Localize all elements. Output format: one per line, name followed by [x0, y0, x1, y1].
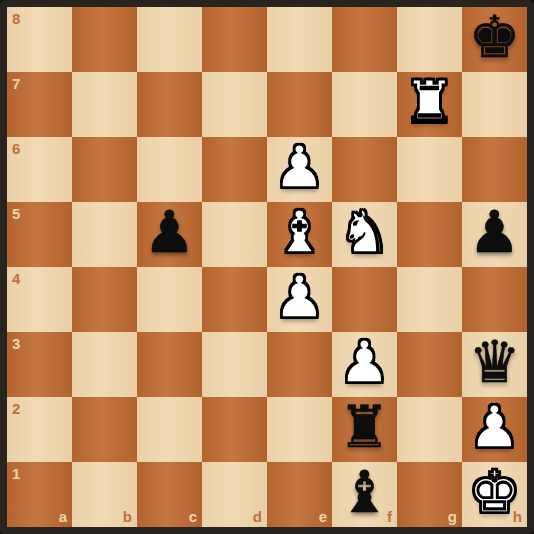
- piece-black-king[interactable]: ♚: [469, 5, 521, 70]
- square-d2[interactable]: [202, 397, 267, 462]
- square-h4[interactable]: [462, 267, 527, 332]
- square-a8[interactable]: 8: [7, 7, 72, 72]
- piece-white-pawn[interactable]: ♟: [274, 265, 326, 330]
- piece-white-king[interactable]: ♚: [469, 460, 521, 525]
- square-h1[interactable]: h♚: [462, 462, 527, 527]
- file-label-d: d: [253, 509, 262, 524]
- square-g3[interactable]: [397, 332, 462, 397]
- square-d8[interactable]: [202, 7, 267, 72]
- square-h7[interactable]: [462, 72, 527, 137]
- square-a3[interactable]: 3: [7, 332, 72, 397]
- square-g8[interactable]: [397, 7, 462, 72]
- square-h6[interactable]: [462, 137, 527, 202]
- square-c5[interactable]: ♟: [137, 202, 202, 267]
- square-f8[interactable]: [332, 7, 397, 72]
- square-h8[interactable]: ♚: [462, 7, 527, 72]
- square-a7[interactable]: 7: [7, 72, 72, 137]
- square-d5[interactable]: [202, 202, 267, 267]
- square-c2[interactable]: [137, 397, 202, 462]
- square-b3[interactable]: [72, 332, 137, 397]
- square-a4[interactable]: 4: [7, 267, 72, 332]
- square-e6[interactable]: ♟: [267, 137, 332, 202]
- square-e2[interactable]: [267, 397, 332, 462]
- piece-white-bishop[interactable]: ♝: [274, 200, 326, 265]
- piece-black-pawn[interactable]: ♟: [144, 200, 196, 265]
- square-b2[interactable]: [72, 397, 137, 462]
- square-b8[interactable]: [72, 7, 137, 72]
- file-label-c: c: [189, 509, 197, 524]
- file-label-g: g: [448, 509, 457, 524]
- square-a1[interactable]: 1a: [7, 462, 72, 527]
- board-frame: 8♚7♜6♟5♟♝♞♟4♟3♟♛2♜♟1abcdef♝gh♚: [0, 0, 534, 534]
- square-e5[interactable]: ♝: [267, 202, 332, 267]
- square-e8[interactable]: [267, 7, 332, 72]
- square-g5[interactable]: [397, 202, 462, 267]
- square-h3[interactable]: ♛: [462, 332, 527, 397]
- square-d3[interactable]: [202, 332, 267, 397]
- rank-label-2: 2: [12, 401, 20, 416]
- square-e1[interactable]: e: [267, 462, 332, 527]
- square-a2[interactable]: 2: [7, 397, 72, 462]
- square-d1[interactable]: d: [202, 462, 267, 527]
- square-g7[interactable]: ♜: [397, 72, 462, 137]
- square-e4[interactable]: ♟: [267, 267, 332, 332]
- piece-white-rook[interactable]: ♜: [404, 70, 456, 135]
- square-b1[interactable]: b: [72, 462, 137, 527]
- chess-board: 8♚7♜6♟5♟♝♞♟4♟3♟♛2♜♟1abcdef♝gh♚: [7, 7, 527, 527]
- file-label-e: e: [319, 509, 327, 524]
- square-f5[interactable]: ♞: [332, 202, 397, 267]
- square-c7[interactable]: [137, 72, 202, 137]
- square-g2[interactable]: [397, 397, 462, 462]
- square-a6[interactable]: 6: [7, 137, 72, 202]
- square-f1[interactable]: f♝: [332, 462, 397, 527]
- rank-label-6: 6: [12, 141, 20, 156]
- piece-white-pawn[interactable]: ♟: [339, 330, 391, 395]
- rank-label-4: 4: [12, 271, 20, 286]
- piece-black-pawn[interactable]: ♟: [469, 200, 521, 265]
- file-label-a: a: [59, 509, 67, 524]
- square-b6[interactable]: [72, 137, 137, 202]
- rank-label-3: 3: [12, 336, 20, 351]
- square-g6[interactable]: [397, 137, 462, 202]
- square-b5[interactable]: [72, 202, 137, 267]
- square-g1[interactable]: g: [397, 462, 462, 527]
- square-d6[interactable]: [202, 137, 267, 202]
- square-e7[interactable]: [267, 72, 332, 137]
- square-d7[interactable]: [202, 72, 267, 137]
- rank-label-8: 8: [12, 11, 20, 26]
- square-h2[interactable]: ♟: [462, 397, 527, 462]
- rank-label-7: 7: [12, 76, 20, 91]
- square-f3[interactable]: ♟: [332, 332, 397, 397]
- file-label-b: b: [123, 509, 132, 524]
- square-d4[interactable]: [202, 267, 267, 332]
- square-c3[interactable]: [137, 332, 202, 397]
- piece-black-rook[interactable]: ♜: [339, 395, 391, 460]
- square-h5[interactable]: ♟: [462, 202, 527, 267]
- square-e3[interactable]: [267, 332, 332, 397]
- rank-label-1: 1: [12, 466, 20, 481]
- square-c4[interactable]: [137, 267, 202, 332]
- square-c8[interactable]: [137, 7, 202, 72]
- square-b7[interactable]: [72, 72, 137, 137]
- square-f6[interactable]: [332, 137, 397, 202]
- square-b4[interactable]: [72, 267, 137, 332]
- piece-white-pawn[interactable]: ♟: [469, 395, 521, 460]
- square-c6[interactable]: [137, 137, 202, 202]
- square-f2[interactable]: ♜: [332, 397, 397, 462]
- piece-black-queen[interactable]: ♛: [469, 330, 521, 395]
- piece-white-knight[interactable]: ♞: [339, 200, 391, 265]
- piece-white-pawn[interactable]: ♟: [274, 135, 326, 200]
- square-f4[interactable]: [332, 267, 397, 332]
- square-f7[interactable]: [332, 72, 397, 137]
- rank-label-5: 5: [12, 206, 20, 221]
- square-c1[interactable]: c: [137, 462, 202, 527]
- piece-black-bishop[interactable]: ♝: [339, 460, 391, 525]
- square-a5[interactable]: 5: [7, 202, 72, 267]
- square-g4[interactable]: [397, 267, 462, 332]
